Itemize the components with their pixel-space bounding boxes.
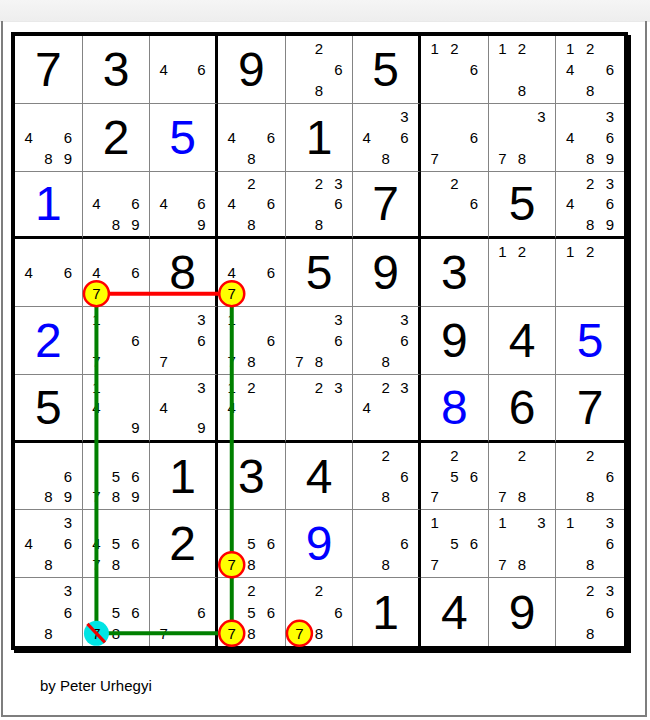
cell-value: 1 <box>353 578 418 646</box>
candidate-6: 6 <box>464 194 484 214</box>
candidate-4: 4 <box>222 194 242 214</box>
candidate-grid: 1378 <box>489 510 556 577</box>
candidate-6: 6 <box>126 601 146 622</box>
candidate-grid: 367 <box>150 307 215 374</box>
candidate-grid: 1567 <box>421 510 488 577</box>
cell-value: 4 <box>286 443 353 510</box>
cell-r2c7[interactable]: 67 <box>421 104 489 172</box>
candidate-7: 7 <box>154 623 173 644</box>
cell-value: 9 <box>489 578 556 646</box>
candidate-grid: 25678 <box>218 578 285 646</box>
candidate-6: 6 <box>58 127 78 148</box>
cell-r3c3[interactable]: 469 <box>150 172 218 240</box>
cell-r8c3[interactable]: 2 <box>150 510 218 578</box>
candidate-6: 6 <box>261 330 281 351</box>
candidate-3: 3 <box>58 580 78 601</box>
cell-value: 7 <box>15 36 82 103</box>
cell-r5c2[interactable]: 167 <box>83 307 151 375</box>
candidate-7: 7 <box>222 554 242 575</box>
candidate-6: 6 <box>261 601 281 622</box>
cell-r5c3[interactable]: 367 <box>150 307 218 375</box>
credit-text: by Peter Urhegyi <box>40 677 152 694</box>
cell-value: 2 <box>150 510 215 577</box>
candidate-grid: 378 <box>489 104 556 171</box>
cell-r2c5[interactable]: 1 <box>286 104 354 172</box>
candidate-grid: 368 <box>353 307 418 374</box>
candidate-grid: 23 <box>286 375 353 440</box>
cell-r8c2[interactable]: 45678 <box>83 510 151 578</box>
cell-r9c7[interactable]: 4 <box>421 578 489 646</box>
candidate-2: 2 <box>309 38 329 59</box>
candidate-6: 6 <box>58 601 78 622</box>
cell-r6c7[interactable]: 8 <box>421 375 489 443</box>
candidate-3: 3 <box>192 309 211 330</box>
candidate-grid: 124 <box>218 375 285 440</box>
cell-r7c9[interactable]: 268 <box>556 443 624 511</box>
candidate-grid: 34689 <box>556 104 624 171</box>
cell-r9c4[interactable]: 25678 <box>218 578 286 646</box>
cell-value: 9 <box>218 36 285 103</box>
cell-r2c4[interactable]: 468 <box>218 104 286 172</box>
candidate-grid: 2368 <box>286 172 353 237</box>
cell-r1c3[interactable]: 46 <box>150 36 218 104</box>
candidate-6: 6 <box>395 466 414 487</box>
candidate-3: 3 <box>395 377 414 397</box>
cell-value: 5 <box>556 307 624 374</box>
cell-r8c5[interactable]: 9 <box>286 510 354 578</box>
candidate-8: 8 <box>376 351 395 372</box>
candidate-2: 2 <box>580 445 600 466</box>
candidate-1: 1 <box>493 38 513 59</box>
candidate-2: 2 <box>580 241 600 262</box>
candidate-7: 7 <box>493 148 513 169</box>
cell-r7c5[interactable]: 4 <box>286 443 354 511</box>
candidate-grid: 268 <box>353 443 418 510</box>
cell-r8c8[interactable]: 1378 <box>489 510 557 578</box>
candidate-2: 2 <box>242 580 262 601</box>
candidate-grid: 689 <box>15 443 82 510</box>
cell-r8c7[interactable]: 1567 <box>421 510 489 578</box>
candidate-7: 7 <box>87 554 107 575</box>
cell-r7c2[interactable]: 56789 <box>83 443 151 511</box>
candidate-6: 6 <box>600 59 620 80</box>
candidate-8: 8 <box>376 148 395 169</box>
candidate-2: 2 <box>512 445 532 466</box>
candidate-6: 6 <box>58 466 78 487</box>
candidate-6: 6 <box>192 59 211 80</box>
cell-r9c1[interactable]: 368 <box>15 578 83 646</box>
candidate-grid: 268 <box>286 36 353 103</box>
candidate-grid: 2678 <box>286 578 353 646</box>
candidate-6: 6 <box>395 330 414 351</box>
cell-r6c3[interactable]: 349 <box>150 375 218 443</box>
cell-r4c6[interactable]: 9 <box>353 239 421 307</box>
candidate-8: 8 <box>580 487 600 508</box>
candidate-1: 1 <box>560 38 580 59</box>
candidate-grid: 128 <box>489 36 556 103</box>
candidate-8: 8 <box>580 214 600 234</box>
cell-r7c3[interactable]: 1 <box>150 443 218 511</box>
cell-r3c2[interactable]: 4689 <box>83 172 151 240</box>
cell-r4c2[interactable]: 467 <box>83 239 151 307</box>
candidate-6: 6 <box>126 194 146 214</box>
candidate-4: 4 <box>154 194 173 214</box>
candidate-5: 5 <box>445 466 465 487</box>
candidate-9: 9 <box>192 214 211 234</box>
cell-r6c8[interactable]: 6 <box>489 375 557 443</box>
candidate-6: 6 <box>329 194 349 214</box>
candidate-4: 4 <box>87 533 107 554</box>
candidate-grid: 5678 <box>218 510 285 577</box>
candidate-7: 7 <box>425 487 445 508</box>
candidate-4: 4 <box>357 397 376 417</box>
cell-r4c1[interactable]: 46 <box>15 239 83 307</box>
cell-r9c6[interactable]: 1 <box>353 578 421 646</box>
candidate-6: 6 <box>329 59 349 80</box>
candidate-8: 8 <box>580 554 600 575</box>
candidate-6: 6 <box>126 262 146 283</box>
candidate-4: 4 <box>19 127 39 148</box>
candidate-7: 7 <box>222 351 242 372</box>
candidate-8: 8 <box>242 554 262 575</box>
candidate-5: 5 <box>106 601 126 622</box>
candidate-2: 2 <box>512 241 532 262</box>
candidate-6: 6 <box>600 533 620 554</box>
candidate-grid: 3468 <box>15 510 82 577</box>
candidate-3: 3 <box>600 106 620 127</box>
cell-value: 4 <box>421 578 488 646</box>
candidate-grid: 467 <box>83 239 150 306</box>
candidate-4: 4 <box>560 194 580 214</box>
candidate-9: 9 <box>600 148 620 169</box>
candidate-6: 6 <box>126 330 146 351</box>
candidate-7: 7 <box>87 283 107 304</box>
cell-r4c5[interactable]: 5 <box>286 239 354 307</box>
candidate-8: 8 <box>376 487 395 508</box>
candidate-6: 6 <box>58 262 78 283</box>
candidate-grid: 67 <box>421 104 488 171</box>
cell-r4c9[interactable]: 12 <box>556 239 624 307</box>
candidate-3: 3 <box>532 106 552 127</box>
candidate-8: 8 <box>580 623 600 644</box>
cell-value: 9 <box>353 239 418 306</box>
candidate-6: 6 <box>192 330 211 351</box>
candidate-grid: 46 <box>150 36 215 103</box>
candidate-1: 1 <box>222 309 242 330</box>
cell-value: 2 <box>15 307 82 374</box>
cell-r4c7[interactable]: 3 <box>421 239 489 307</box>
candidate-2: 2 <box>309 377 329 397</box>
cell-r7c7[interactable]: 2567 <box>421 443 489 511</box>
candidate-6: 6 <box>261 127 281 148</box>
cell-value: 5 <box>15 375 82 440</box>
cell-r3c9[interactable]: 234689 <box>556 172 624 240</box>
candidate-7: 7 <box>425 554 445 575</box>
candidate-6: 6 <box>600 466 620 487</box>
cell-r7c1[interactable]: 689 <box>15 443 83 511</box>
cell-r5c8[interactable]: 4 <box>489 307 557 375</box>
cell-r1c7[interactable]: 126 <box>421 36 489 104</box>
candidate-3: 3 <box>192 377 211 397</box>
cell-r5c5[interactable]: 3678 <box>286 307 354 375</box>
candidate-1: 1 <box>560 512 580 533</box>
candidate-8: 8 <box>309 214 329 234</box>
candidate-6: 6 <box>329 601 349 622</box>
candidate-4: 4 <box>87 262 107 283</box>
cell-r9c2[interactable]: 5678 <box>83 578 151 646</box>
candidate-6: 6 <box>600 601 620 622</box>
candidate-1: 1 <box>222 377 242 397</box>
cell-r1c6[interactable]: 5 <box>353 36 421 104</box>
candidate-6: 6 <box>58 533 78 554</box>
candidate-7: 7 <box>87 487 107 508</box>
candidate-2: 2 <box>376 445 395 466</box>
cell-r1c9[interactable]: 12468 <box>556 36 624 104</box>
candidate-grid: 2567 <box>421 443 488 510</box>
candidate-grid: 12468 <box>556 36 624 103</box>
cell-value: 3 <box>83 36 150 103</box>
cell-r3c5[interactable]: 2368 <box>286 172 354 240</box>
cell-r6c4[interactable]: 124 <box>218 375 286 443</box>
candidate-2: 2 <box>242 377 262 397</box>
candidate-2: 2 <box>376 377 395 397</box>
cell-r5c9[interactable]: 5 <box>556 307 624 375</box>
cell-r5c4[interactable]: 1678 <box>218 307 286 375</box>
cell-r7c8[interactable]: 278 <box>489 443 557 511</box>
candidate-8: 8 <box>106 623 126 644</box>
cell-value: 9 <box>421 307 488 374</box>
candidate-4: 4 <box>222 127 242 148</box>
candidate-5: 5 <box>106 466 126 487</box>
cell-r1c5[interactable]: 268 <box>286 36 354 104</box>
candidate-2: 2 <box>445 174 465 194</box>
candidate-2: 2 <box>580 580 600 601</box>
candidate-7: 7 <box>154 351 173 372</box>
cell-value: 1 <box>150 443 215 510</box>
candidate-3: 3 <box>532 512 552 533</box>
candidate-8: 8 <box>512 80 532 101</box>
candidate-6: 6 <box>192 194 211 214</box>
candidate-6: 6 <box>261 262 281 283</box>
candidate-grid: 4689 <box>83 172 150 237</box>
cell-r4c3[interactable]: 8 <box>150 239 218 307</box>
candidate-1: 1 <box>87 377 107 397</box>
candidate-3: 3 <box>329 377 349 397</box>
candidate-9: 9 <box>58 148 78 169</box>
cell-r2c3[interactable]: 5 <box>150 104 218 172</box>
cell-value: 5 <box>353 36 418 103</box>
cell-r3c1[interactable]: 1 <box>15 172 83 240</box>
candidate-grid: 3468 <box>353 104 418 171</box>
candidate-grid: 12 <box>556 239 624 306</box>
candidate-4: 4 <box>560 59 580 80</box>
candidate-8: 8 <box>512 554 532 575</box>
cell-r6c5[interactable]: 23 <box>286 375 354 443</box>
candidate-6: 6 <box>464 127 484 148</box>
cell-value: 7 <box>353 172 418 237</box>
candidate-grid: 12 <box>489 239 556 306</box>
candidate-4: 4 <box>560 127 580 148</box>
cell-value: 3 <box>218 443 285 510</box>
candidate-8: 8 <box>39 554 59 575</box>
cell-r6c2[interactable]: 149 <box>83 375 151 443</box>
cell-r8c1[interactable]: 3468 <box>15 510 83 578</box>
candidate-7: 7 <box>290 351 310 372</box>
cell-r1c2[interactable]: 3 <box>83 36 151 104</box>
candidate-8: 8 <box>580 80 600 101</box>
candidate-1: 1 <box>493 512 513 533</box>
cell-r2c9[interactable]: 34689 <box>556 104 624 172</box>
cell-value: 6 <box>489 375 556 440</box>
cell-r8c4[interactable]: 5678 <box>218 510 286 578</box>
candidate-2: 2 <box>309 174 329 194</box>
cell-r9c9[interactable]: 2368 <box>556 578 624 646</box>
cell-r3c6[interactable]: 7 <box>353 172 421 240</box>
candidate-2: 2 <box>242 174 262 194</box>
candidate-4: 4 <box>154 59 173 80</box>
candidate-4: 4 <box>19 533 39 554</box>
cell-r1c1[interactable]: 7 <box>15 36 83 104</box>
candidate-8: 8 <box>106 554 126 575</box>
candidate-8: 8 <box>512 148 532 169</box>
candidate-grid: 234689 <box>556 172 624 237</box>
cell-r6c9[interactable]: 7 <box>556 375 624 443</box>
candidate-4: 4 <box>222 397 242 417</box>
candidate-grid: 368 <box>15 578 82 646</box>
candidate-6: 6 <box>464 59 484 80</box>
candidate-9: 9 <box>126 417 146 437</box>
cell-r4c4[interactable]: 467 <box>218 239 286 307</box>
candidate-6: 6 <box>600 194 620 214</box>
cell-r5c6[interactable]: 368 <box>353 307 421 375</box>
candidate-7: 7 <box>87 623 107 644</box>
candidate-5: 5 <box>445 533 465 554</box>
candidate-3: 3 <box>329 174 349 194</box>
candidate-1: 1 <box>493 241 513 262</box>
candidate-1: 1 <box>425 38 445 59</box>
cell-r9c8[interactable]: 9 <box>489 578 557 646</box>
cell-r3c7[interactable]: 26 <box>421 172 489 240</box>
cell-value: 8 <box>150 239 215 306</box>
cell-r1c8[interactable]: 128 <box>489 36 557 104</box>
cell-r2c2[interactable]: 2 <box>83 104 151 172</box>
candidate-grid: 4689 <box>15 104 82 171</box>
cell-value: 4 <box>489 307 556 374</box>
cell-r3c4[interactable]: 2468 <box>218 172 286 240</box>
cell-r6c1[interactable]: 5 <box>15 375 83 443</box>
cell-value: 9 <box>286 510 353 577</box>
cell-r2c6[interactable]: 3468 <box>353 104 421 172</box>
cell-r9c3[interactable]: 67 <box>150 578 218 646</box>
candidate-9: 9 <box>192 417 211 437</box>
candidate-grid: 1368 <box>556 510 624 577</box>
candidate-7: 7 <box>87 351 107 372</box>
candidate-2: 2 <box>309 580 329 601</box>
candidate-grid: 349 <box>150 375 215 440</box>
candidate-4: 4 <box>357 127 376 148</box>
candidate-4: 4 <box>87 397 107 417</box>
cell-r2c8[interactable]: 378 <box>489 104 557 172</box>
cell-r8c9[interactable]: 1368 <box>556 510 624 578</box>
candidate-grid: 5678 <box>83 578 150 646</box>
cell-r7c6[interactable]: 268 <box>353 443 421 511</box>
candidate-7: 7 <box>290 623 310 644</box>
candidate-grid: 126 <box>421 36 488 103</box>
candidate-8: 8 <box>242 214 262 234</box>
candidate-6: 6 <box>261 194 281 214</box>
cell-value: 5 <box>489 172 556 237</box>
candidate-grid: 469 <box>150 172 215 237</box>
candidate-4: 4 <box>87 194 107 214</box>
candidate-grid: 2468 <box>218 172 285 237</box>
candidate-grid: 167 <box>83 307 150 374</box>
candidate-8: 8 <box>106 487 126 508</box>
candidate-3: 3 <box>600 174 620 194</box>
candidate-2: 2 <box>445 38 465 59</box>
cell-r3c8[interactable]: 5 <box>489 172 557 240</box>
candidate-2: 2 <box>445 445 465 466</box>
candidate-3: 3 <box>600 580 620 601</box>
cell-r5c1[interactable]: 2 <box>15 307 83 375</box>
candidate-grid: 1678 <box>218 307 285 374</box>
cell-value: 2 <box>83 104 150 171</box>
cell-r2c1[interactable]: 4689 <box>15 104 83 172</box>
candidate-8: 8 <box>309 351 329 372</box>
cell-r9c5[interactable]: 2678 <box>286 578 354 646</box>
cell-r4c8[interactable]: 12 <box>489 239 557 307</box>
candidate-3: 3 <box>329 309 349 330</box>
candidate-2: 2 <box>580 38 600 59</box>
cell-r5c7[interactable]: 9 <box>421 307 489 375</box>
candidate-8: 8 <box>512 487 532 508</box>
cell-r1c4[interactable]: 9 <box>218 36 286 104</box>
cell-r6c6[interactable]: 234 <box>353 375 421 443</box>
candidate-6: 6 <box>395 533 414 554</box>
candidate-4: 4 <box>19 262 39 283</box>
sudoku-board: 7346926851261281246846892546813468673783… <box>11 32 628 650</box>
candidate-grid: 46 <box>15 239 82 306</box>
candidate-8: 8 <box>242 623 262 644</box>
candidate-grid: 268 <box>556 443 624 510</box>
candidate-grid: 278 <box>489 443 556 510</box>
candidate-grid: 149 <box>83 375 150 440</box>
candidate-grid: 68 <box>353 510 418 577</box>
candidate-6: 6 <box>261 533 281 554</box>
cell-value: 5 <box>150 104 215 171</box>
candidate-8: 8 <box>39 623 59 644</box>
candidate-7: 7 <box>425 148 445 169</box>
candidate-6: 6 <box>126 466 146 487</box>
candidate-4: 4 <box>154 397 173 417</box>
candidate-2: 2 <box>512 38 532 59</box>
candidate-9: 9 <box>58 487 78 508</box>
cell-value: 7 <box>556 375 624 440</box>
candidate-grid: 467 <box>218 239 285 306</box>
cell-r8c6[interactable]: 68 <box>353 510 421 578</box>
candidate-3: 3 <box>58 512 78 533</box>
cell-r7c4[interactable]: 3 <box>218 443 286 511</box>
candidate-8: 8 <box>376 554 395 575</box>
candidate-9: 9 <box>126 487 146 508</box>
candidate-6: 6 <box>329 330 349 351</box>
candidate-8: 8 <box>106 214 126 234</box>
candidate-7: 7 <box>222 283 242 304</box>
candidate-grid: 45678 <box>83 510 150 577</box>
candidate-6: 6 <box>126 533 146 554</box>
candidate-6: 6 <box>192 601 211 622</box>
cell-value: 1 <box>15 172 82 237</box>
candidate-grid: 3678 <box>286 307 353 374</box>
